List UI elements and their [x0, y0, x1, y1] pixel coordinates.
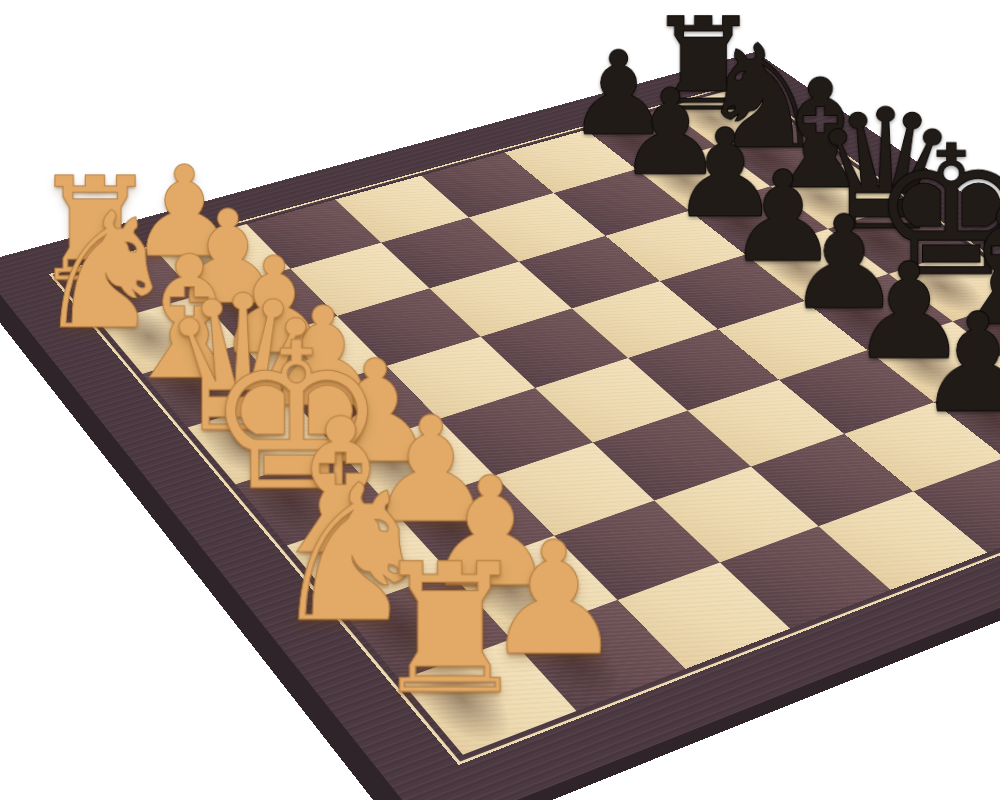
scene: ♜♞♝♛♚♝♞♜♟♟♟♟♟♟♟♟♟♟♟♟♟♟♟♟♜♞♝♛♚♝♞♜ — [0, 0, 1000, 800]
board-inlay-frame: ♜♞♝♛♚♝♞♜♟♟♟♟♟♟♟♟♟♟♟♟♟♟♟♟♜♞♝♛♚♝♞♜ — [49, 82, 1000, 765]
chess-board: ♜♞♝♛♚♝♞♜♟♟♟♟♟♟♟♟♟♟♟♟♟♟♟♟♜♞♝♛♚♝♞♜ — [0, 52, 1000, 800]
square-e4[interactable] — [535, 358, 688, 442]
black-pawn[interactable]: ♟ — [987, 344, 1000, 493]
white-rook[interactable]: ♜ — [370, 537, 501, 725]
board-squares: ♜♞♝♛♚♝♞♜♟♟♟♟♟♟♟♟♟♟♟♟♟♟♟♟♜♞♝♛♚♝♞♜ — [60, 87, 1000, 755]
photo-backdrop: ♜♞♝♛♚♝♞♜♟♟♟♟♟♟♟♟♟♟♟♟♟♟♟♟♜♞♝♛♚♝♞♜ — [0, 0, 1000, 800]
